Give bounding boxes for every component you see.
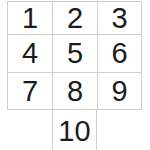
cell-4: 4 [7,34,52,72]
number-grid: 1 2 3 4 5 6 7 8 9 10 [7,1,142,150]
empty-cell [7,110,52,150]
cell-10: 10 [52,110,97,150]
cell-7: 7 [7,72,52,110]
cell-2: 2 [52,1,97,34]
empty-cell [97,110,142,150]
cell-1: 1 [7,1,52,34]
cell-8: 8 [52,72,97,110]
cell-5: 5 [52,34,97,72]
cell-3: 3 [97,1,142,34]
cell-9: 9 [97,72,142,110]
cell-6: 6 [97,34,142,72]
